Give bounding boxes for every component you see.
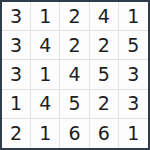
grid-cell-r2c1[interactable]: 3: [2, 31, 31, 60]
grid-cell-r3c3[interactable]: 4: [60, 60, 89, 89]
grid-cell-r5c5[interactable]: 1: [119, 119, 148, 148]
grid-cell-r1c1[interactable]: 3: [2, 2, 31, 31]
grid-cell-r5c3[interactable]: 6: [60, 119, 89, 148]
grid-cell-r4c2[interactable]: 4: [31, 90, 60, 119]
grid-cell-r3c2[interactable]: 1: [31, 60, 60, 89]
grid-cell-r1c3[interactable]: 2: [60, 2, 89, 31]
grid-cell-r2c3[interactable]: 2: [60, 31, 89, 60]
grid-cell-r4c4[interactable]: 2: [90, 90, 119, 119]
grid-cell-r4c1[interactable]: 1: [2, 90, 31, 119]
grid-cell-r3c1[interactable]: 3: [2, 60, 31, 89]
grid-cell-r1c2[interactable]: 1: [31, 2, 60, 31]
grid-cell-r2c2[interactable]: 4: [31, 31, 60, 60]
grid-cell-r4c5[interactable]: 3: [119, 90, 148, 119]
grid-cell-r5c1[interactable]: 2: [2, 119, 31, 148]
grid-cell-r5c2[interactable]: 1: [31, 119, 60, 148]
grid-cell-r2c4[interactable]: 2: [90, 31, 119, 60]
grid-cell-r1c5[interactable]: 1: [119, 2, 148, 31]
puzzle-board: 3124134225314531452321661: [0, 0, 150, 150]
grid-cell-r1c4[interactable]: 4: [90, 2, 119, 31]
grid-cell-r3c4[interactable]: 5: [90, 60, 119, 89]
grid-cell-r2c5[interactable]: 5: [119, 31, 148, 60]
grid-cell-r4c3[interactable]: 5: [60, 90, 89, 119]
grid-cell-r3c5[interactable]: 3: [119, 60, 148, 89]
grid-cell-r5c4[interactable]: 6: [90, 119, 119, 148]
